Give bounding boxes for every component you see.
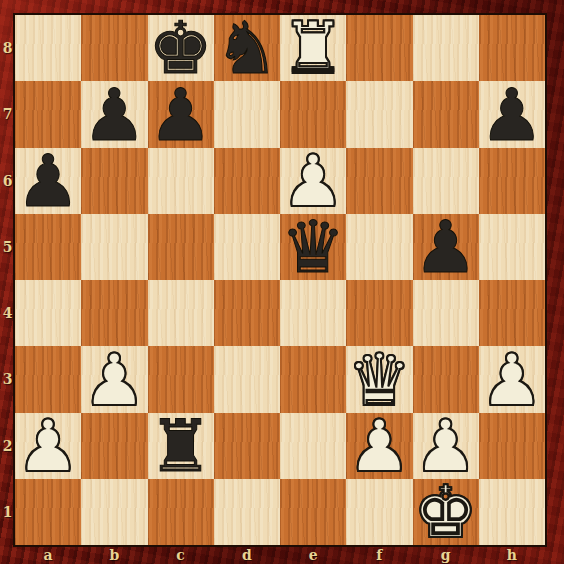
square-f8[interactable] bbox=[346, 15, 412, 81]
square-b2[interactable] bbox=[81, 413, 147, 479]
white-rook[interactable]: ♜ bbox=[281, 19, 346, 81]
square-d6[interactable] bbox=[214, 148, 280, 214]
square-b4[interactable] bbox=[81, 280, 147, 346]
square-g4[interactable] bbox=[413, 280, 479, 346]
square-a8[interactable] bbox=[15, 15, 81, 81]
square-f4[interactable] bbox=[346, 280, 412, 346]
rank-label-7: 7 bbox=[0, 81, 15, 147]
square-b6[interactable] bbox=[81, 148, 147, 214]
black-queen[interactable]: ♛ bbox=[281, 218, 346, 280]
white-queen[interactable]: ♛ bbox=[347, 351, 412, 413]
square-b7[interactable]: ♟ bbox=[81, 81, 147, 147]
square-d3[interactable] bbox=[214, 346, 280, 412]
square-h3[interactable]: ♟ bbox=[479, 346, 545, 412]
file-label-h: h bbox=[479, 545, 545, 564]
square-a2[interactable]: ♟ bbox=[15, 413, 81, 479]
square-h7[interactable]: ♟ bbox=[479, 81, 545, 147]
square-h1[interactable] bbox=[479, 479, 545, 545]
square-f7[interactable] bbox=[346, 81, 412, 147]
black-pawn[interactable]: ♟ bbox=[413, 218, 478, 280]
square-a3[interactable] bbox=[15, 346, 81, 412]
square-d2[interactable] bbox=[214, 413, 280, 479]
square-a1[interactable] bbox=[15, 479, 81, 545]
square-c5[interactable] bbox=[148, 214, 214, 280]
white-pawn[interactable]: ♟ bbox=[480, 351, 545, 413]
square-f1[interactable] bbox=[346, 479, 412, 545]
square-d8[interactable]: ♞ bbox=[214, 15, 280, 81]
square-g6[interactable] bbox=[413, 148, 479, 214]
file-label-a: a bbox=[15, 545, 81, 564]
file-label-b: b bbox=[81, 545, 147, 564]
white-pawn[interactable]: ♟ bbox=[347, 417, 412, 479]
square-e2[interactable] bbox=[280, 413, 346, 479]
rank-labels: 87654321 bbox=[0, 15, 15, 545]
rank-label-4: 4 bbox=[0, 280, 15, 346]
square-e5[interactable]: ♛ bbox=[280, 214, 346, 280]
square-h5[interactable] bbox=[479, 214, 545, 280]
square-a5[interactable] bbox=[15, 214, 81, 280]
black-pawn[interactable]: ♟ bbox=[82, 86, 147, 148]
square-g3[interactable] bbox=[413, 346, 479, 412]
chessboard-frame: 87654321 abcdefgh ♚♞♜♟♟♟♟♟♛♟♟♛♟♟♜♟♟♚ bbox=[0, 0, 564, 564]
square-f5[interactable] bbox=[346, 214, 412, 280]
square-g2[interactable]: ♟ bbox=[413, 413, 479, 479]
square-c1[interactable] bbox=[148, 479, 214, 545]
file-label-e: e bbox=[280, 545, 346, 564]
square-e1[interactable] bbox=[280, 479, 346, 545]
square-h6[interactable] bbox=[479, 148, 545, 214]
square-e8[interactable]: ♜ bbox=[280, 15, 346, 81]
white-pawn[interactable]: ♟ bbox=[16, 417, 81, 479]
square-c2[interactable]: ♜ bbox=[148, 413, 214, 479]
square-b5[interactable] bbox=[81, 214, 147, 280]
square-e4[interactable] bbox=[280, 280, 346, 346]
square-e6[interactable]: ♟ bbox=[280, 148, 346, 214]
rank-label-5: 5 bbox=[0, 214, 15, 280]
white-pawn[interactable]: ♟ bbox=[413, 417, 478, 479]
square-d7[interactable] bbox=[214, 81, 280, 147]
square-g1[interactable]: ♚ bbox=[413, 479, 479, 545]
rank-label-2: 2 bbox=[0, 413, 15, 479]
black-pawn[interactable]: ♟ bbox=[480, 86, 545, 148]
square-a4[interactable] bbox=[15, 280, 81, 346]
square-c4[interactable] bbox=[148, 280, 214, 346]
square-d4[interactable] bbox=[214, 280, 280, 346]
white-king[interactable]: ♚ bbox=[413, 483, 478, 545]
file-label-f: f bbox=[346, 545, 412, 564]
rank-label-3: 3 bbox=[0, 346, 15, 412]
square-h2[interactable] bbox=[479, 413, 545, 479]
black-king[interactable]: ♚ bbox=[148, 19, 213, 81]
file-labels: abcdefgh bbox=[15, 545, 545, 564]
square-a7[interactable] bbox=[15, 81, 81, 147]
rank-label-8: 8 bbox=[0, 15, 15, 81]
square-d5[interactable] bbox=[214, 214, 280, 280]
square-g5[interactable]: ♟ bbox=[413, 214, 479, 280]
square-d1[interactable] bbox=[214, 479, 280, 545]
file-label-d: d bbox=[214, 545, 280, 564]
square-f3[interactable]: ♛ bbox=[346, 346, 412, 412]
square-f6[interactable] bbox=[346, 148, 412, 214]
black-pawn[interactable]: ♟ bbox=[16, 152, 81, 214]
black-pawn[interactable]: ♟ bbox=[148, 86, 213, 148]
square-a6[interactable]: ♟ bbox=[15, 148, 81, 214]
square-c6[interactable] bbox=[148, 148, 214, 214]
file-label-c: c bbox=[148, 545, 214, 564]
square-c3[interactable] bbox=[148, 346, 214, 412]
white-pawn[interactable]: ♟ bbox=[281, 152, 346, 214]
square-b3[interactable]: ♟ bbox=[81, 346, 147, 412]
rank-label-6: 6 bbox=[0, 148, 15, 214]
square-b8[interactable] bbox=[81, 15, 147, 81]
black-rook[interactable]: ♜ bbox=[148, 417, 213, 479]
square-c8[interactable]: ♚ bbox=[148, 15, 214, 81]
white-pawn[interactable]: ♟ bbox=[82, 351, 147, 413]
square-g7[interactable] bbox=[413, 81, 479, 147]
square-f2[interactable]: ♟ bbox=[346, 413, 412, 479]
square-h4[interactable] bbox=[479, 280, 545, 346]
file-label-g: g bbox=[413, 545, 479, 564]
square-g8[interactable] bbox=[413, 15, 479, 81]
square-h8[interactable] bbox=[479, 15, 545, 81]
chess-board: ♚♞♜♟♟♟♟♟♛♟♟♛♟♟♜♟♟♚ bbox=[15, 15, 545, 545]
square-c7[interactable]: ♟ bbox=[148, 81, 214, 147]
black-knight[interactable]: ♞ bbox=[215, 19, 280, 81]
rank-label-1: 1 bbox=[0, 479, 15, 545]
square-b1[interactable] bbox=[81, 479, 147, 545]
square-e3[interactable] bbox=[280, 346, 346, 412]
square-e7[interactable] bbox=[280, 81, 346, 147]
